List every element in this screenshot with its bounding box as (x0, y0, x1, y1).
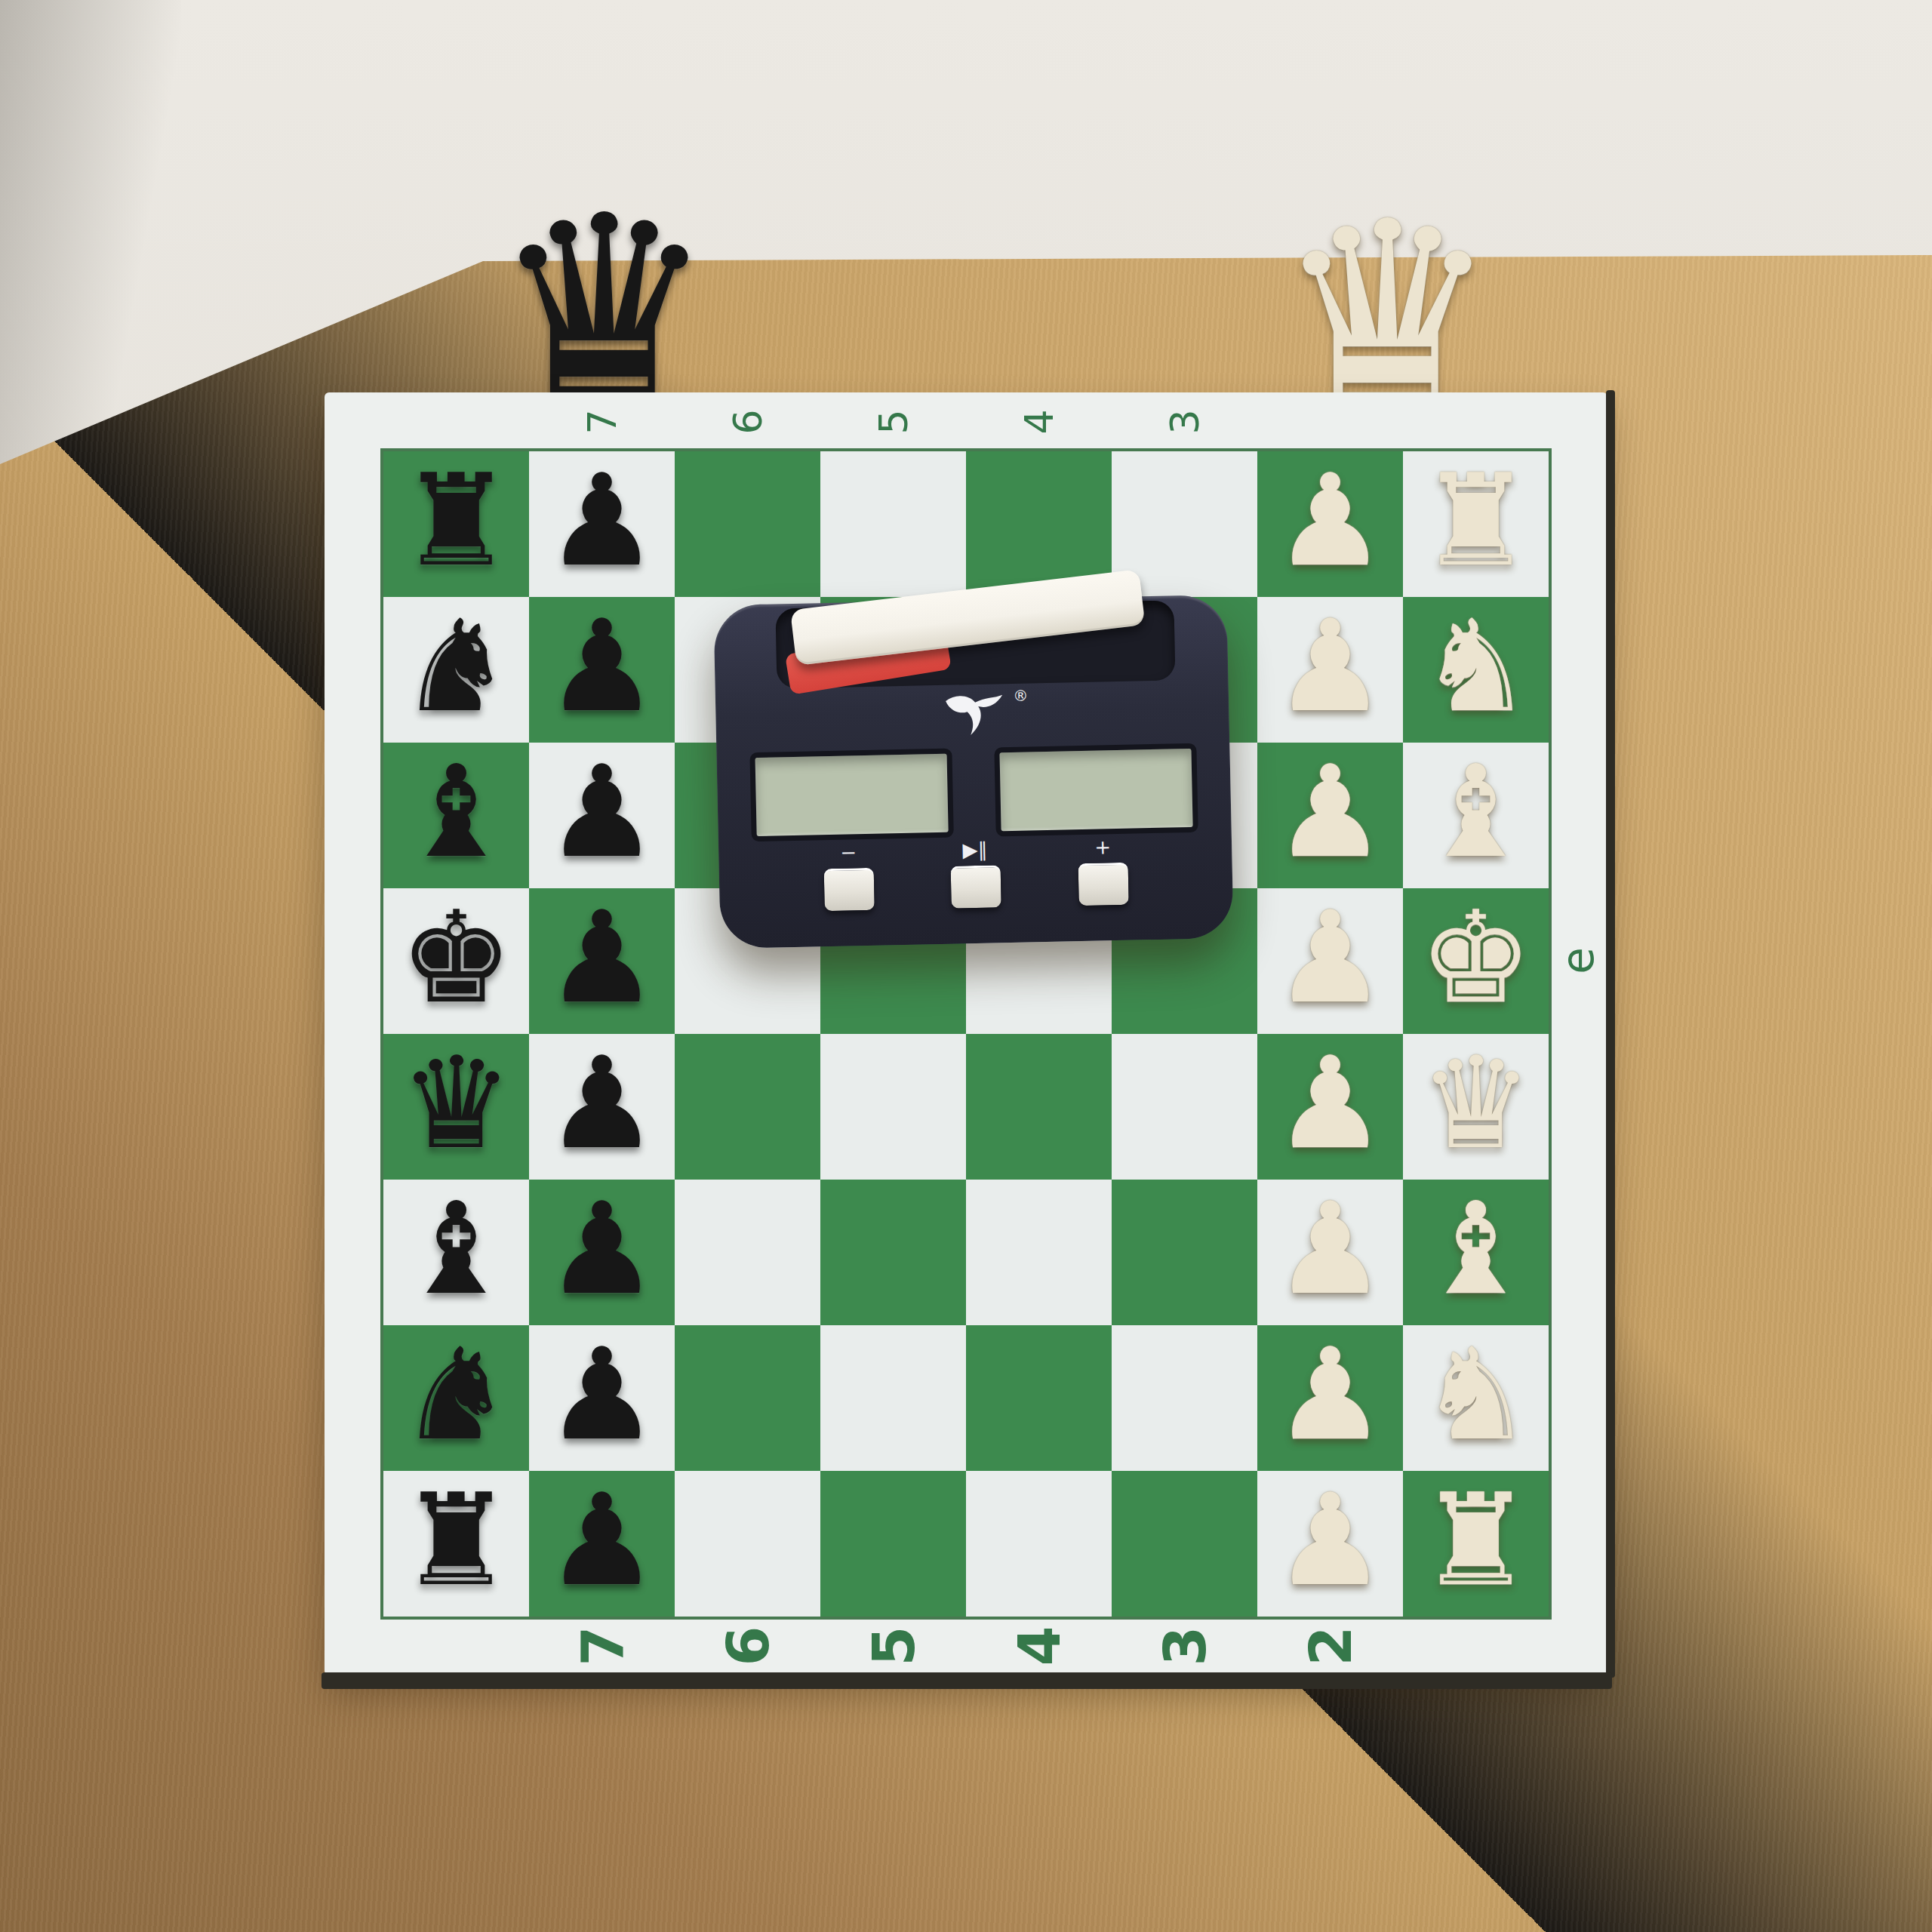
play-pause-button-label: ▶∥ (930, 839, 1021, 861)
square-e7[interactable]: ♟ (529, 888, 675, 1034)
square-d8[interactable]: ♛ (383, 1034, 529, 1180)
square-a2[interactable]: ♟ (1257, 1471, 1403, 1617)
chess-board: ♜♟♟♜♞♟♟♞♝♟♟♝♚♟♟♚♛♟♟♛♝♟♟♝♞♟♟♞♜♟♟♜ e 76543… (325, 392, 1607, 1675)
piece-a8[interactable]: ♜ (399, 1477, 513, 1604)
piece-g1[interactable]: ♞ (1419, 603, 1533, 730)
square-c4[interactable] (966, 1180, 1112, 1325)
square-f7[interactable]: ♟ (529, 743, 675, 888)
square-a4[interactable] (966, 1471, 1112, 1617)
square-f2[interactable]: ♟ (1257, 743, 1403, 888)
square-b4[interactable] (966, 1325, 1112, 1471)
piece-e8[interactable]: ♚ (399, 894, 513, 1021)
piece-c2[interactable]: ♟ (1273, 1186, 1387, 1312)
square-a8[interactable]: ♜ (383, 1471, 529, 1617)
square-g7[interactable]: ♟ (529, 597, 675, 743)
bottom-rank-label-6: 6 (714, 1626, 781, 1666)
square-f8[interactable]: ♝ (383, 743, 529, 888)
top-rank-label-7: 7 (580, 409, 625, 434)
piece-h7[interactable]: ♟ (545, 457, 659, 584)
square-h1[interactable]: ♜ (1403, 451, 1549, 597)
piece-b2[interactable]: ♟ (1273, 1331, 1387, 1458)
square-a6[interactable] (675, 1471, 820, 1617)
piece-e1[interactable]: ♚ (1419, 894, 1533, 1021)
top-rank-label-3: 3 (1162, 409, 1207, 434)
square-e2[interactable]: ♟ (1257, 888, 1403, 1034)
square-d6[interactable] (675, 1034, 820, 1180)
square-a3[interactable] (1112, 1471, 1257, 1617)
piece-a1[interactable]: ♜ (1419, 1477, 1533, 1604)
bottom-rank-label-2: 2 (1297, 1626, 1364, 1666)
file-label-e: e (1552, 947, 1604, 974)
square-a1[interactable]: ♜ (1403, 1471, 1549, 1617)
piece-d1[interactable]: ♛ (1419, 1040, 1533, 1167)
piece-e2[interactable]: ♟ (1273, 894, 1387, 1021)
piece-f1[interactable]: ♝ (1419, 749, 1533, 875)
piece-b1[interactable]: ♞ (1419, 1331, 1533, 1458)
square-h8[interactable]: ♜ (383, 451, 529, 597)
square-d5[interactable] (820, 1034, 966, 1180)
piece-f8[interactable]: ♝ (399, 749, 513, 875)
square-e8[interactable]: ♚ (383, 888, 529, 1034)
square-c3[interactable] (1112, 1180, 1257, 1325)
square-h6[interactable] (675, 451, 820, 597)
square-c8[interactable]: ♝ (383, 1180, 529, 1325)
square-a7[interactable]: ♟ (529, 1471, 675, 1617)
square-b1[interactable]: ♞ (1403, 1325, 1549, 1471)
piece-g8[interactable]: ♞ (399, 603, 513, 730)
square-d3[interactable] (1112, 1034, 1257, 1180)
square-h2[interactable]: ♟ (1257, 451, 1403, 597)
piece-f2[interactable]: ♟ (1273, 749, 1387, 875)
square-d7[interactable]: ♟ (529, 1034, 675, 1180)
photo-scene: ♛ ♛ ♜♟♟♜♞♟♟♞♝♟♟♝♚♟♟♚♛♟♟♛♝♟♟♝♞♟♟♞♜♟♟♜ e 7… (0, 0, 1932, 1932)
minus-button[interactable] (824, 868, 875, 911)
piece-d2[interactable]: ♟ (1273, 1040, 1387, 1167)
piece-h1[interactable]: ♜ (1419, 457, 1533, 584)
square-c6[interactable] (675, 1180, 820, 1325)
square-c5[interactable] (820, 1180, 966, 1325)
bottom-rank-label-5: 5 (860, 1626, 927, 1666)
clock-left-display (749, 749, 953, 842)
plus-button[interactable] (1078, 863, 1129, 906)
square-b6[interactable] (675, 1325, 820, 1471)
square-g8[interactable]: ♞ (383, 597, 529, 743)
piece-g2[interactable]: ♟ (1273, 603, 1387, 730)
plus-button-label: + (1057, 836, 1149, 858)
square-c1[interactable]: ♝ (1403, 1180, 1549, 1325)
square-b8[interactable]: ♞ (383, 1325, 529, 1471)
registered-mark: ® (1013, 686, 1028, 704)
bottom-rank-label-7: 7 (568, 1626, 635, 1666)
piece-f7[interactable]: ♟ (545, 749, 659, 875)
bottom-rank-label-4: 4 (1005, 1626, 1072, 1666)
square-b3[interactable] (1112, 1325, 1257, 1471)
piece-d7[interactable]: ♟ (545, 1040, 659, 1167)
square-b2[interactable]: ♟ (1257, 1325, 1403, 1471)
square-h5[interactable] (820, 451, 966, 597)
piece-a7[interactable]: ♟ (545, 1477, 659, 1604)
bottom-rank-label-3: 3 (1151, 1626, 1218, 1666)
square-c2[interactable]: ♟ (1257, 1180, 1403, 1325)
chess-clock: ® − ▶∥ + (713, 595, 1233, 949)
square-b5[interactable] (820, 1325, 966, 1471)
top-rank-label-6: 6 (725, 409, 771, 434)
square-a5[interactable] (820, 1471, 966, 1617)
eagle-logo-icon (940, 691, 1005, 738)
top-rank-label-4: 4 (1017, 409, 1062, 434)
square-c7[interactable]: ♟ (529, 1180, 675, 1325)
square-f1[interactable]: ♝ (1403, 743, 1549, 888)
piece-b8[interactable]: ♞ (399, 1331, 513, 1458)
piece-g7[interactable]: ♟ (545, 603, 659, 730)
top-rank-label-5: 5 (871, 409, 916, 434)
piece-e7[interactable]: ♟ (545, 894, 659, 1021)
square-d4[interactable] (966, 1034, 1112, 1180)
square-g2[interactable]: ♟ (1257, 597, 1403, 743)
play-pause-button[interactable] (951, 865, 1001, 908)
piece-c8[interactable]: ♝ (399, 1186, 513, 1312)
clock-right-display (994, 743, 1198, 837)
minus-button-label: − (803, 841, 894, 863)
square-b7[interactable]: ♟ (529, 1325, 675, 1471)
square-d1[interactable]: ♛ (1403, 1034, 1549, 1180)
piece-d8[interactable]: ♛ (399, 1040, 513, 1167)
piece-b7[interactable]: ♟ (545, 1331, 659, 1458)
square-h7[interactable]: ♟ (529, 451, 675, 597)
piece-c7[interactable]: ♟ (545, 1186, 659, 1312)
square-g1[interactable]: ♞ (1403, 597, 1549, 743)
square-e1[interactable]: ♚ (1403, 888, 1549, 1034)
piece-h8[interactable]: ♜ (399, 457, 513, 584)
piece-c1[interactable]: ♝ (1419, 1186, 1533, 1312)
piece-h2[interactable]: ♟ (1273, 457, 1387, 584)
square-d2[interactable]: ♟ (1257, 1034, 1403, 1180)
piece-a2[interactable]: ♟ (1273, 1477, 1387, 1604)
